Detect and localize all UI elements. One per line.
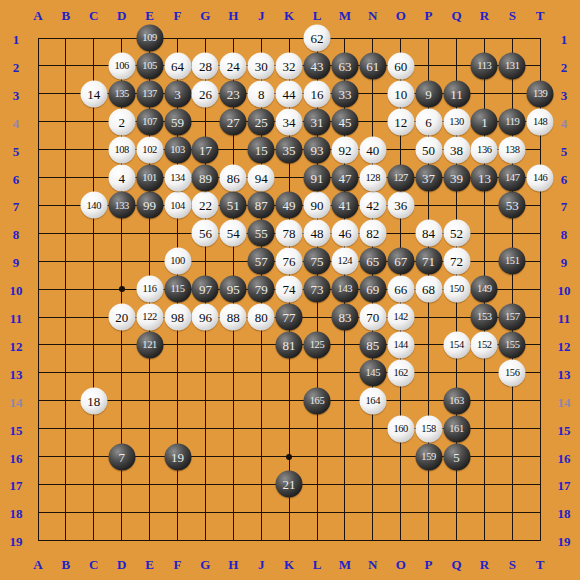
stone-black: 15: [248, 136, 275, 163]
stone-white: 102: [136, 136, 163, 163]
stone-black: 77: [276, 304, 303, 331]
move-number: 86: [227, 171, 240, 184]
stone-white: 52: [443, 220, 470, 247]
move-number: 19: [171, 450, 184, 463]
move-number: 80: [255, 311, 268, 324]
stone-black: 61: [359, 52, 386, 79]
move-number: 9: [425, 87, 432, 100]
stone-white: 82: [359, 220, 386, 247]
move-number: 131: [505, 61, 520, 72]
stone-black: 41: [331, 192, 358, 219]
row-label-left: 13: [10, 367, 23, 380]
move-number: 49: [283, 199, 296, 212]
move-number: 59: [171, 115, 184, 128]
move-number: 119: [505, 116, 519, 127]
move-number: 107: [142, 116, 157, 127]
move-number: 28: [199, 59, 212, 72]
stone-white: 152: [471, 331, 498, 358]
row-label-right: 6: [561, 172, 568, 185]
move-number: 38: [450, 143, 463, 156]
column-label-bottom: Q: [451, 558, 461, 571]
move-number: 137: [142, 89, 157, 100]
column-label-bottom: O: [396, 558, 406, 571]
stone-black: 125: [304, 331, 331, 358]
stone-white: 146: [527, 164, 554, 191]
stone-white: 142: [387, 304, 414, 331]
column-label-top: T: [536, 9, 545, 22]
move-number: 47: [338, 171, 351, 184]
stone-black: 11: [443, 80, 470, 107]
column-label-top: N: [368, 9, 377, 22]
move-number: 106: [114, 61, 129, 72]
stone-white: 162: [387, 359, 414, 386]
column-label-top: Q: [451, 9, 461, 22]
stone-black: 163: [443, 387, 470, 414]
row-label-right: 16: [558, 451, 571, 464]
stone-white: 86: [220, 164, 247, 191]
move-number: 54: [227, 227, 240, 240]
stone-black: 31: [304, 108, 331, 135]
row-label-right: 7: [561, 200, 568, 213]
column-label-top: M: [339, 9, 351, 22]
move-number: 102: [142, 144, 157, 155]
stone-black: 1: [471, 108, 498, 135]
move-number: 103: [170, 144, 185, 155]
stone-white: 10: [387, 80, 414, 107]
stone-white: 130: [443, 108, 470, 135]
move-number: 90: [311, 199, 324, 212]
move-number: 149: [477, 284, 492, 295]
row-label-left: 19: [10, 535, 23, 548]
stone-black: 137: [136, 80, 163, 107]
move-number: 82: [366, 227, 379, 240]
stone-white: 56: [192, 220, 219, 247]
go-board[interactable]: AABBCCDDEEFFGGHHJJKKLLMMNNOOPPQQRRSSTT11…: [0, 0, 580, 580]
move-number: 16: [311, 87, 324, 100]
row-label-right: 12: [558, 339, 571, 352]
stone-black: 67: [387, 248, 414, 275]
move-number: 133: [114, 200, 129, 211]
stone-black: 85: [359, 331, 386, 358]
column-label-bottom: D: [117, 558, 126, 571]
stone-white: 12: [387, 108, 414, 135]
move-number: 95: [227, 283, 240, 296]
move-number: 5: [453, 450, 460, 463]
stone-white: 148: [527, 108, 554, 135]
stone-black: 135: [108, 80, 135, 107]
stone-white: 44: [276, 80, 303, 107]
stone-white: 84: [415, 220, 442, 247]
move-number: 24: [227, 59, 240, 72]
column-label-top: C: [89, 9, 98, 22]
move-number: 45: [338, 115, 351, 128]
stone-white: 48: [304, 220, 331, 247]
row-label-left: 8: [13, 228, 20, 241]
stone-white: 64: [164, 52, 191, 79]
stone-black: 99: [136, 192, 163, 219]
row-label-left: 15: [10, 423, 23, 436]
move-number: 135: [114, 89, 129, 100]
move-number: 67: [394, 255, 407, 268]
column-label-top: O: [396, 9, 406, 22]
move-number: 64: [171, 59, 184, 72]
move-number: 23: [227, 87, 240, 100]
column-label-top: D: [117, 9, 126, 22]
move-number: 140: [87, 200, 102, 211]
grid-line: [38, 372, 541, 373]
stone-black: 127: [387, 164, 414, 191]
move-number: 156: [505, 368, 520, 379]
move-number: 41: [338, 199, 351, 212]
column-label-top: J: [258, 9, 265, 22]
move-number: 3: [174, 87, 181, 100]
row-label-right: 14: [558, 395, 571, 408]
row-label-left: 18: [10, 507, 23, 520]
move-number: 155: [505, 340, 520, 351]
row-label-left: 4: [13, 116, 20, 129]
move-number: 162: [393, 368, 408, 379]
move-number: 71: [422, 255, 435, 268]
stone-white: 106: [108, 52, 135, 79]
column-label-bottom: T: [536, 558, 545, 571]
stone-black: 109: [136, 25, 163, 52]
stone-white: 42: [359, 192, 386, 219]
move-number: 62: [311, 32, 324, 45]
stone-black: 97: [192, 276, 219, 303]
move-number: 65: [366, 255, 379, 268]
stone-black: 131: [499, 52, 526, 79]
move-number: 42: [366, 199, 379, 212]
row-label-left: 14: [10, 395, 23, 408]
move-number: 22: [199, 199, 212, 212]
stone-white: 134: [164, 164, 191, 191]
stone-white: 154: [443, 331, 470, 358]
move-number: 52: [450, 227, 463, 240]
move-number: 130: [449, 116, 464, 127]
stone-black: 57: [248, 248, 275, 275]
move-number: 160: [393, 423, 408, 434]
stone-white: 28: [192, 52, 219, 79]
row-label-left: 16: [10, 451, 23, 464]
column-label-bottom: P: [425, 558, 433, 571]
stone-white: 138: [499, 136, 526, 163]
stone-white: 60: [387, 52, 414, 79]
column-label-bottom: K: [284, 558, 294, 571]
stone-black: 43: [304, 52, 331, 79]
column-label-bottom: L: [313, 558, 322, 571]
stone-white: 128: [359, 164, 386, 191]
move-number: 40: [366, 143, 379, 156]
move-number: 72: [450, 255, 463, 268]
column-label-bottom: J: [258, 558, 265, 571]
row-label-left: 10: [10, 284, 23, 297]
stone-black: 91: [304, 164, 331, 191]
move-number: 163: [449, 395, 464, 406]
row-label-right: 5: [561, 144, 568, 157]
column-label-top: A: [33, 9, 42, 22]
stone-black: 5: [443, 443, 470, 470]
stone-black: 107: [136, 108, 163, 135]
move-number: 83: [338, 311, 351, 324]
stone-black: 55: [248, 220, 275, 247]
stone-black: 75: [304, 248, 331, 275]
move-number: 153: [477, 312, 492, 323]
stone-black: 27: [220, 108, 247, 135]
move-number: 97: [199, 283, 212, 296]
move-number: 21: [283, 478, 296, 491]
move-number: 81: [283, 338, 296, 351]
move-number: 88: [227, 311, 240, 324]
row-label-right: 2: [561, 60, 568, 73]
column-label-bottom: B: [62, 558, 71, 571]
stone-white: 90: [304, 192, 331, 219]
move-number: 84: [422, 227, 435, 240]
move-number: 43: [311, 59, 324, 72]
row-label-right: 3: [561, 88, 568, 101]
move-number: 136: [477, 144, 492, 155]
column-label-top: P: [425, 9, 433, 22]
move-number: 30: [255, 59, 268, 72]
stone-white: 2: [108, 108, 135, 135]
column-label-bottom: M: [339, 558, 351, 571]
move-number: 105: [142, 61, 157, 72]
stone-white: 124: [331, 248, 358, 275]
stone-white: 66: [387, 276, 414, 303]
move-number: 147: [505, 172, 520, 183]
stone-black: 83: [331, 304, 358, 331]
stone-black: 3: [164, 80, 191, 107]
move-number: 1: [481, 115, 488, 128]
stone-black: 39: [443, 164, 470, 191]
move-number: 154: [449, 340, 464, 351]
stone-black: 157: [499, 304, 526, 331]
move-number: 161: [449, 423, 464, 434]
stone-black: 71: [415, 248, 442, 275]
row-label-left: 9: [13, 256, 20, 269]
move-number: 85: [366, 338, 379, 351]
stone-white: 78: [276, 220, 303, 247]
move-number: 6: [425, 115, 432, 128]
move-number: 143: [338, 284, 353, 295]
stone-white: 24: [220, 52, 247, 79]
row-label-left: 6: [13, 172, 20, 185]
column-label-top: F: [174, 9, 182, 22]
grid-line: [38, 512, 541, 513]
stone-white: 62: [304, 25, 331, 52]
stone-black: 147: [499, 164, 526, 191]
move-number: 32: [283, 59, 296, 72]
move-number: 113: [477, 61, 491, 72]
column-label-bottom: G: [200, 558, 210, 571]
stone-white: 50: [415, 136, 442, 163]
grid-line: [38, 540, 541, 541]
move-number: 165: [310, 395, 325, 406]
move-number: 99: [143, 199, 156, 212]
stone-white: 18: [80, 387, 107, 414]
move-number: 116: [143, 284, 157, 295]
move-number: 89: [199, 171, 212, 184]
stone-black: 155: [499, 331, 526, 358]
stone-white: 16: [304, 80, 331, 107]
stone-white: 104: [164, 192, 191, 219]
row-label-left: 2: [13, 60, 20, 73]
move-number: 55: [255, 227, 268, 240]
move-number: 20: [115, 311, 128, 324]
stone-white: 4: [108, 164, 135, 191]
row-label-left: 3: [13, 88, 20, 101]
move-number: 146: [533, 172, 548, 183]
stone-white: 26: [192, 80, 219, 107]
row-label-right: 13: [558, 367, 571, 380]
stone-black: 79: [248, 276, 275, 303]
stone-black: 89: [192, 164, 219, 191]
stone-black: 7: [108, 443, 135, 470]
stone-white: 96: [192, 304, 219, 331]
stone-white: 140: [80, 192, 107, 219]
move-number: 157: [505, 312, 520, 323]
column-label-bottom: H: [228, 558, 238, 571]
stone-white: 40: [359, 136, 386, 163]
column-label-top: R: [480, 9, 489, 22]
stone-black: 113: [471, 52, 498, 79]
move-number: 78: [283, 227, 296, 240]
stone-white: 156: [499, 359, 526, 386]
move-number: 10: [394, 87, 407, 100]
stone-white: 88: [220, 304, 247, 331]
stone-black: 23: [220, 80, 247, 107]
stone-white: 98: [164, 304, 191, 331]
stone-white: 54: [220, 220, 247, 247]
move-number: 115: [170, 284, 184, 295]
stone-white: 38: [443, 136, 470, 163]
move-number: 138: [505, 144, 520, 155]
row-label-left: 12: [10, 339, 23, 352]
move-number: 100: [170, 256, 185, 267]
stone-black: 103: [164, 136, 191, 163]
move-number: 150: [449, 284, 464, 295]
move-number: 31: [311, 115, 324, 128]
stone-white: 80: [248, 304, 275, 331]
move-number: 134: [170, 172, 185, 183]
stone-black: 159: [415, 443, 442, 470]
move-number: 94: [255, 171, 268, 184]
stone-white: 158: [415, 415, 442, 442]
stone-white: 116: [136, 276, 163, 303]
row-label-left: 1: [13, 33, 20, 46]
move-number: 142: [393, 312, 408, 323]
move-number: 122: [142, 312, 157, 323]
move-number: 158: [421, 423, 436, 434]
move-number: 77: [283, 311, 296, 324]
move-number: 76: [283, 255, 296, 268]
stone-black: 53: [499, 192, 526, 219]
stone-white: 74: [276, 276, 303, 303]
stone-white: 160: [387, 415, 414, 442]
move-number: 74: [283, 283, 296, 296]
row-label-left: 5: [13, 144, 20, 157]
move-number: 46: [338, 227, 351, 240]
move-number: 26: [199, 87, 212, 100]
move-number: 14: [87, 87, 100, 100]
column-label-bottom: N: [368, 558, 377, 571]
stone-black: 93: [304, 136, 331, 163]
stone-black: 115: [164, 276, 191, 303]
move-number: 34: [283, 115, 296, 128]
column-label-top: G: [200, 9, 210, 22]
stone-white: 22: [192, 192, 219, 219]
move-number: 36: [394, 199, 407, 212]
stone-black: 119: [499, 108, 526, 135]
stone-black: 105: [136, 52, 163, 79]
star-point: [119, 286, 125, 292]
move-number: 25: [255, 115, 268, 128]
stone-black: 95: [220, 276, 247, 303]
column-label-bottom: S: [509, 558, 516, 571]
move-number: 7: [118, 450, 125, 463]
stone-white: 100: [164, 248, 191, 275]
stone-white: 144: [387, 331, 414, 358]
move-number: 2: [118, 115, 125, 128]
column-label-top: L: [313, 9, 322, 22]
stone-white: 92: [331, 136, 358, 163]
move-number: 44: [283, 87, 296, 100]
row-label-right: 15: [558, 423, 571, 436]
move-number: 148: [533, 116, 548, 127]
row-label-right: 8: [561, 228, 568, 241]
move-number: 139: [533, 89, 548, 100]
stone-black: 13: [471, 164, 498, 191]
stone-black: 133: [108, 192, 135, 219]
stone-black: 165: [304, 387, 331, 414]
stone-black: 51: [220, 192, 247, 219]
stone-black: 33: [331, 80, 358, 107]
move-number: 93: [311, 143, 324, 156]
stone-black: 69: [359, 276, 386, 303]
move-number: 98: [171, 311, 184, 324]
stone-black: 87: [248, 192, 275, 219]
move-number: 109: [142, 33, 157, 44]
move-number: 37: [422, 171, 435, 184]
stone-black: 101: [136, 164, 163, 191]
row-label-right: 1: [561, 33, 568, 46]
stone-white: 8: [248, 80, 275, 107]
stone-black: 65: [359, 248, 386, 275]
stone-white: 6: [415, 108, 442, 135]
move-number: 68: [422, 283, 435, 296]
move-number: 50: [422, 143, 435, 156]
row-label-right: 10: [558, 284, 571, 297]
move-number: 35: [283, 143, 296, 156]
move-number: 56: [199, 227, 212, 240]
stone-white: 164: [359, 387, 386, 414]
stone-black: 25: [248, 108, 275, 135]
move-number: 144: [393, 340, 408, 351]
stone-black: 161: [443, 415, 470, 442]
move-number: 66: [394, 283, 407, 296]
row-label-right: 19: [558, 535, 571, 548]
move-number: 12: [394, 115, 407, 128]
move-number: 92: [338, 143, 351, 156]
stone-black: 81: [276, 331, 303, 358]
stone-white: 94: [248, 164, 275, 191]
stone-white: 76: [276, 248, 303, 275]
move-number: 8: [258, 87, 265, 100]
move-number: 75: [311, 255, 324, 268]
move-number: 53: [506, 199, 519, 212]
move-number: 108: [114, 144, 129, 155]
column-label-top: E: [145, 9, 154, 22]
move-number: 11: [450, 87, 463, 100]
